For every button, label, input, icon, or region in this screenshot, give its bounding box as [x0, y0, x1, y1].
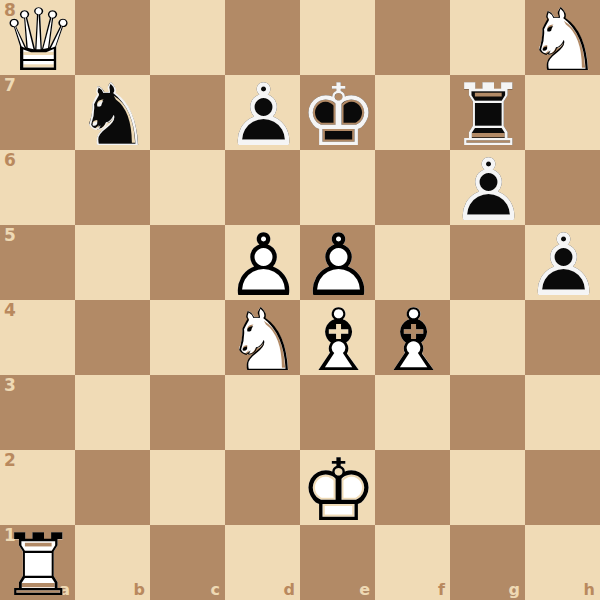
square-a5[interactable]: 5	[0, 225, 75, 300]
piece-fill-glyph: ♞	[525, 0, 600, 75]
piece-fill-glyph: ♞	[225, 300, 300, 375]
square-h2[interactable]	[525, 450, 600, 525]
piece-outline-glyph: ♘	[525, 0, 600, 75]
rank-label-2: 2	[4, 451, 16, 470]
piece-fill-glyph: ♜	[0, 525, 75, 600]
piece-white-king[interactable]: ♚♔	[300, 450, 375, 525]
square-c6[interactable]	[150, 150, 225, 225]
square-a6[interactable]: 6	[0, 150, 75, 225]
square-f4[interactable]: ♝♗	[375, 300, 450, 375]
square-f1[interactable]: f	[375, 525, 450, 600]
piece-outline-glyph: ♙	[300, 225, 375, 300]
square-h1[interactable]: h	[525, 525, 600, 600]
piece-white-pawn[interactable]: ♟♙	[300, 225, 375, 300]
square-e4[interactable]: ♝♗	[300, 300, 375, 375]
square-b7[interactable]: ♞♘	[75, 75, 150, 150]
piece-fill-glyph: ♚	[300, 450, 375, 525]
square-c1[interactable]: c	[150, 525, 225, 600]
square-g8[interactable]	[450, 0, 525, 75]
piece-white-bishop[interactable]: ♝♗	[300, 300, 375, 375]
square-d8[interactable]	[225, 0, 300, 75]
square-h5[interactable]: ♟♙	[525, 225, 600, 300]
square-e2[interactable]: ♚♔	[300, 450, 375, 525]
piece-fill-glyph: ♚	[300, 75, 375, 150]
file-label-h: h	[584, 582, 595, 598]
square-a8[interactable]: 8♛♕	[0, 0, 75, 75]
square-h7[interactable]	[525, 75, 600, 150]
piece-outline-glyph: ♙	[525, 225, 600, 300]
chess-board: 8♛♕♞♘7♞♘♟♙♚♔♜♖6♟♙5♟♙♟♙♟♙4♞♘♝♗♝♗32♚♔1a♜♖b…	[0, 0, 600, 600]
piece-outline-glyph: ♔	[300, 450, 375, 525]
piece-fill-glyph: ♟	[225, 225, 300, 300]
piece-outline-glyph: ♘	[225, 300, 300, 375]
piece-black-pawn[interactable]: ♟♙	[225, 75, 300, 150]
square-f3[interactable]	[375, 375, 450, 450]
file-label-f: f	[438, 582, 445, 598]
square-g1[interactable]: g	[450, 525, 525, 600]
piece-black-rook[interactable]: ♜♖	[450, 75, 525, 150]
square-g6[interactable]: ♟♙	[450, 150, 525, 225]
square-h3[interactable]	[525, 375, 600, 450]
piece-outline-glyph: ♙	[225, 75, 300, 150]
square-h4[interactable]	[525, 300, 600, 375]
square-d2[interactable]	[225, 450, 300, 525]
piece-black-king[interactable]: ♚♔	[300, 75, 375, 150]
file-label-c: c	[211, 582, 220, 598]
piece-outline-glyph: ♖	[450, 75, 525, 150]
piece-black-knight[interactable]: ♞♘	[75, 75, 150, 150]
square-f7[interactable]	[375, 75, 450, 150]
rank-label-3: 3	[4, 376, 16, 395]
square-d1[interactable]: d	[225, 525, 300, 600]
square-h8[interactable]: ♞♘	[525, 0, 600, 75]
piece-fill-glyph: ♛	[0, 0, 75, 75]
square-e7[interactable]: ♚♔	[300, 75, 375, 150]
square-b3[interactable]	[75, 375, 150, 450]
piece-white-knight[interactable]: ♞♘	[525, 0, 600, 75]
square-f5[interactable]	[375, 225, 450, 300]
rank-label-6: 6	[4, 151, 16, 170]
piece-outline-glyph: ♗	[375, 300, 450, 375]
piece-fill-glyph: ♞	[75, 75, 150, 150]
square-b8[interactable]	[75, 0, 150, 75]
square-c4[interactable]	[150, 300, 225, 375]
square-c5[interactable]	[150, 225, 225, 300]
piece-outline-glyph: ♗	[300, 300, 375, 375]
piece-outline-glyph: ♖	[0, 525, 75, 600]
square-a4[interactable]: 4	[0, 300, 75, 375]
piece-white-queen[interactable]: ♛♕	[0, 0, 75, 75]
square-g2[interactable]	[450, 450, 525, 525]
piece-white-bishop[interactable]: ♝♗	[375, 300, 450, 375]
square-h6[interactable]	[525, 150, 600, 225]
piece-outline-glyph: ♕	[0, 0, 75, 75]
square-g3[interactable]	[450, 375, 525, 450]
rank-label-5: 5	[4, 226, 16, 245]
piece-fill-glyph: ♟	[525, 225, 600, 300]
square-d5[interactable]: ♟♙	[225, 225, 300, 300]
square-c3[interactable]	[150, 375, 225, 450]
piece-outline-glyph: ♘	[75, 75, 150, 150]
square-d3[interactable]	[225, 375, 300, 450]
square-b2[interactable]	[75, 450, 150, 525]
piece-white-pawn[interactable]: ♟♙	[225, 225, 300, 300]
rank-label-7: 7	[4, 76, 16, 95]
piece-black-pawn[interactable]: ♟♙	[450, 150, 525, 225]
square-b5[interactable]	[75, 225, 150, 300]
file-label-d: d	[284, 582, 295, 598]
square-f2[interactable]	[375, 450, 450, 525]
square-g4[interactable]	[450, 300, 525, 375]
piece-outline-glyph: ♙	[225, 225, 300, 300]
square-d4[interactable]: ♞♘	[225, 300, 300, 375]
file-label-e: e	[359, 582, 370, 598]
piece-fill-glyph: ♟	[450, 150, 525, 225]
square-a3[interactable]: 3	[0, 375, 75, 450]
piece-white-knight[interactable]: ♞♘	[225, 300, 300, 375]
square-d6[interactable]	[225, 150, 300, 225]
piece-outline-glyph: ♙	[450, 150, 525, 225]
rank-label-4: 4	[4, 301, 16, 320]
square-c2[interactable]	[150, 450, 225, 525]
square-e6[interactable]	[300, 150, 375, 225]
square-a7[interactable]: 7	[0, 75, 75, 150]
square-a2[interactable]: 2	[0, 450, 75, 525]
square-f8[interactable]	[375, 0, 450, 75]
piece-fill-glyph: ♝	[300, 300, 375, 375]
piece-fill-glyph: ♟	[225, 75, 300, 150]
square-b1[interactable]: b	[75, 525, 150, 600]
file-label-b: b	[134, 582, 145, 598]
piece-outline-glyph: ♔	[300, 75, 375, 150]
square-e5[interactable]: ♟♙	[300, 225, 375, 300]
file-label-g: g	[509, 582, 520, 598]
piece-black-pawn[interactable]: ♟♙	[525, 225, 600, 300]
piece-white-rook[interactable]: ♜♖	[0, 525, 75, 600]
square-d7[interactable]: ♟♙	[225, 75, 300, 150]
piece-fill-glyph: ♝	[375, 300, 450, 375]
square-f6[interactable]	[375, 150, 450, 225]
square-c8[interactable]	[150, 0, 225, 75]
square-a1[interactable]: 1a♜♖	[0, 525, 75, 600]
piece-fill-glyph: ♟	[300, 225, 375, 300]
square-e3[interactable]	[300, 375, 375, 450]
square-e1[interactable]: e	[300, 525, 375, 600]
square-c7[interactable]	[150, 75, 225, 150]
square-e8[interactable]	[300, 0, 375, 75]
square-g5[interactable]	[450, 225, 525, 300]
piece-fill-glyph: ♜	[450, 75, 525, 150]
square-b6[interactable]	[75, 150, 150, 225]
square-b4[interactable]	[75, 300, 150, 375]
square-g7[interactable]: ♜♖	[450, 75, 525, 150]
